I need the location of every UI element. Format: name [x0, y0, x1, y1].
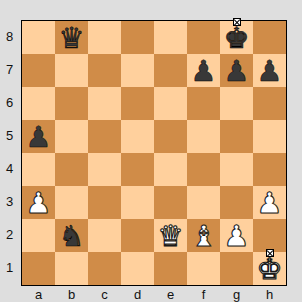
- square-a1[interactable]: [22, 252, 55, 285]
- square-h7[interactable]: ♟: [253, 54, 286, 87]
- square-a2[interactable]: [22, 219, 55, 252]
- square-e6[interactable]: [154, 87, 187, 120]
- square-h1[interactable]: ♚: [253, 252, 286, 285]
- square-e1[interactable]: [154, 252, 187, 285]
- square-f6[interactable]: [187, 87, 220, 120]
- square-a6[interactable]: [22, 87, 55, 120]
- square-b1[interactable]: [55, 252, 88, 285]
- square-a4[interactable]: [22, 153, 55, 186]
- black-knight[interactable]: ♞: [59, 219, 85, 253]
- square-e2[interactable]: ♛: [154, 219, 187, 252]
- rank-label-7: 7: [0, 53, 19, 86]
- black-queen[interactable]: ♛: [59, 21, 85, 55]
- square-h2[interactable]: [253, 219, 286, 252]
- square-a3[interactable]: ♟: [22, 186, 55, 219]
- black-pawn[interactable]: ♟: [257, 54, 283, 88]
- square-b6[interactable]: [55, 87, 88, 120]
- square-f5[interactable]: [187, 120, 220, 153]
- square-d8[interactable]: [121, 21, 154, 54]
- square-b3[interactable]: [55, 186, 88, 219]
- white-queen[interactable]: ♛: [158, 219, 184, 253]
- square-g8[interactable]: ♚: [220, 21, 253, 54]
- square-a7[interactable]: [22, 54, 55, 87]
- square-b7[interactable]: [55, 54, 88, 87]
- square-g1[interactable]: [220, 252, 253, 285]
- white-pawn[interactable]: ♟: [26, 186, 52, 220]
- white-bishop[interactable]: ♝: [191, 219, 217, 253]
- square-g3[interactable]: [220, 186, 253, 219]
- square-d7[interactable]: [121, 54, 154, 87]
- rank-label-3: 3: [0, 185, 19, 218]
- square-h8[interactable]: [253, 21, 286, 54]
- square-d3[interactable]: [121, 186, 154, 219]
- square-h3[interactable]: ♟: [253, 186, 286, 219]
- square-b8[interactable]: ♛: [55, 21, 88, 54]
- square-h4[interactable]: [253, 153, 286, 186]
- square-f7[interactable]: ♟: [187, 54, 220, 87]
- square-h6[interactable]: [253, 87, 286, 120]
- square-g5[interactable]: [220, 120, 253, 153]
- square-h5[interactable]: [253, 120, 286, 153]
- king-cross-icon: [266, 249, 274, 257]
- rank-label-4: 4: [0, 152, 19, 185]
- square-f8[interactable]: [187, 21, 220, 54]
- square-d6[interactable]: [121, 87, 154, 120]
- square-c5[interactable]: [88, 120, 121, 153]
- square-f3[interactable]: [187, 186, 220, 219]
- white-pawn[interactable]: ♟: [257, 186, 283, 220]
- square-c3[interactable]: [88, 186, 121, 219]
- square-e4[interactable]: [154, 153, 187, 186]
- square-d2[interactable]: [121, 219, 154, 252]
- square-a8[interactable]: [22, 21, 55, 54]
- black-pawn[interactable]: ♟: [224, 54, 250, 88]
- rank-label-1: 1: [0, 251, 19, 284]
- square-g7[interactable]: ♟: [220, 54, 253, 87]
- square-c7[interactable]: [88, 54, 121, 87]
- square-e7[interactable]: [154, 54, 187, 87]
- chess-board: ♛♚♟♟♟♟♟♟♞♛♝♟♚: [22, 21, 286, 285]
- square-g4[interactable]: [220, 153, 253, 186]
- square-b5[interactable]: [55, 120, 88, 153]
- file-label-c: c: [88, 288, 121, 302]
- square-d5[interactable]: [121, 120, 154, 153]
- square-e8[interactable]: [154, 21, 187, 54]
- rank-label-5: 5: [0, 119, 19, 152]
- square-d4[interactable]: [121, 153, 154, 186]
- white-pawn[interactable]: ♟: [224, 219, 250, 253]
- square-c4[interactable]: [88, 153, 121, 186]
- file-label-b: b: [55, 288, 88, 302]
- square-f2[interactable]: ♝: [187, 219, 220, 252]
- square-b4[interactable]: [55, 153, 88, 186]
- square-e3[interactable]: [154, 186, 187, 219]
- file-label-d: d: [121, 288, 154, 302]
- rank-label-6: 6: [0, 86, 19, 119]
- square-f1[interactable]: [187, 252, 220, 285]
- square-c1[interactable]: [88, 252, 121, 285]
- king-cross-icon: [233, 18, 241, 26]
- black-pawn[interactable]: ♟: [191, 54, 217, 88]
- square-c8[interactable]: [88, 21, 121, 54]
- board-frame: ♛♚♟♟♟♟♟♟♞♛♝♟♚: [21, 20, 287, 286]
- file-label-a: a: [22, 288, 55, 302]
- square-c2[interactable]: [88, 219, 121, 252]
- file-label-e: e: [154, 288, 187, 302]
- square-d1[interactable]: [121, 252, 154, 285]
- rank-label-8: 8: [0, 20, 19, 53]
- black-pawn[interactable]: ♟: [26, 120, 52, 154]
- file-label-h: h: [253, 288, 286, 302]
- file-label-g: g: [220, 288, 253, 302]
- square-f4[interactable]: [187, 153, 220, 186]
- rank-label-2: 2: [0, 218, 19, 251]
- square-g2[interactable]: ♟: [220, 219, 253, 252]
- square-a5[interactable]: ♟: [22, 120, 55, 153]
- square-c6[interactable]: [88, 87, 121, 120]
- square-e5[interactable]: [154, 120, 187, 153]
- chess-board-view: ♛♚♟♟♟♟♟♟♞♛♝♟♚ 87654321 abcdefgh: [0, 0, 302, 302]
- square-g6[interactable]: [220, 87, 253, 120]
- square-b2[interactable]: ♞: [55, 219, 88, 252]
- file-label-f: f: [187, 288, 220, 302]
